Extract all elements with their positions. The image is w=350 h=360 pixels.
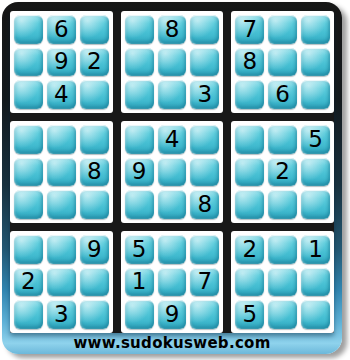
cell-r9c9[interactable] [301,300,330,329]
website-link[interactable]: www.sudokusweb.com [2,333,342,354]
cell-r8c2[interactable] [47,268,76,297]
cell-r3c2[interactable]: 4 [47,80,76,109]
cell-r4c8[interactable] [268,125,297,154]
cell-r3c4[interactable] [125,80,154,109]
cell-r2c4[interactable] [125,48,154,77]
box-2-3: 52 [231,121,334,223]
cell-r6c3[interactable] [80,190,109,219]
cell-r1c1[interactable] [14,15,43,44]
cell-r8c5[interactable] [158,268,187,297]
cell-r6c7[interactable] [235,190,264,219]
box-3-3: 215 [231,231,334,333]
cell-r6c2[interactable] [47,190,76,219]
cell-r3c7[interactable] [235,80,264,109]
cell-r7c1[interactable] [14,235,43,264]
cell-r5c5[interactable] [158,158,187,187]
cell-r9c6[interactable] [190,300,219,329]
cell-r9c7[interactable]: 5 [235,300,264,329]
cell-r7c8[interactable] [268,235,297,264]
cell-r4c5[interactable]: 4 [158,125,187,154]
box-1-3: 786 [231,11,334,113]
cell-r9c1[interactable] [14,300,43,329]
cell-r9c3[interactable] [80,300,109,329]
cell-r4c3[interactable] [80,125,109,154]
cell-r4c2[interactable] [47,125,76,154]
cell-r6c1[interactable] [14,190,43,219]
cell-r1c8[interactable] [268,15,297,44]
cell-r2c9[interactable] [301,48,330,77]
cell-r8c9[interactable] [301,268,330,297]
cell-r7c3[interactable]: 9 [80,235,109,264]
cell-r5c9[interactable] [301,158,330,187]
cell-r5c3[interactable]: 8 [80,158,109,187]
cell-r6c4[interactable] [125,190,154,219]
cell-r1c4[interactable] [125,15,154,44]
cell-r1c9[interactable] [301,15,330,44]
cell-r4c6[interactable] [190,125,219,154]
cell-r7c9[interactable]: 1 [301,235,330,264]
cell-r1c3[interactable] [80,15,109,44]
box-2-2: 498 [121,121,224,223]
cell-r3c3[interactable] [80,80,109,109]
cell-r2c8[interactable] [268,48,297,77]
cell-r5c1[interactable] [14,158,43,187]
cell-r3c6[interactable]: 3 [190,80,219,109]
cell-r3c9[interactable] [301,80,330,109]
cell-r7c5[interactable] [158,235,187,264]
cell-r8c3[interactable] [80,268,109,297]
cell-r8c4[interactable]: 1 [125,268,154,297]
cell-r3c8[interactable]: 6 [268,80,297,109]
cell-r2c2[interactable]: 9 [47,48,76,77]
cell-r8c1[interactable]: 2 [14,268,43,297]
cell-r5c2[interactable] [47,158,76,187]
box-2-1: 8 [10,121,113,223]
cell-r6c6[interactable]: 8 [190,190,219,219]
cell-r5c4[interactable]: 9 [125,158,154,187]
sudoku-board: 6924837868498529235179215 www.sudokusweb… [2,2,342,354]
cell-r4c7[interactable] [235,125,264,154]
cell-r5c8[interactable]: 2 [268,158,297,187]
cell-r1c2[interactable]: 6 [47,15,76,44]
cell-r1c6[interactable] [190,15,219,44]
cell-r1c5[interactable]: 8 [158,15,187,44]
cell-r7c2[interactable] [47,235,76,264]
cell-r5c6[interactable] [190,158,219,187]
cell-r3c1[interactable] [14,80,43,109]
cell-r8c7[interactable] [235,268,264,297]
cell-r8c8[interactable] [268,268,297,297]
cell-r4c4[interactable] [125,125,154,154]
cell-r3c5[interactable] [158,80,187,109]
cell-r1c7[interactable]: 7 [235,15,264,44]
cell-r7c4[interactable]: 5 [125,235,154,264]
cell-r9c8[interactable] [268,300,297,329]
cell-r2c6[interactable] [190,48,219,77]
cell-r6c8[interactable] [268,190,297,219]
cell-r6c5[interactable] [158,190,187,219]
cell-r4c1[interactable] [14,125,43,154]
box-1-1: 6924 [10,11,113,113]
box-3-1: 923 [10,231,113,333]
cell-r7c6[interactable] [190,235,219,264]
sudoku-grid: 6924837868498529235179215 [10,11,334,333]
cell-r9c4[interactable] [125,300,154,329]
cell-r7c7[interactable]: 2 [235,235,264,264]
cell-r4c9[interactable]: 5 [301,125,330,154]
cell-r2c7[interactable]: 8 [235,48,264,77]
cell-r2c1[interactable] [14,48,43,77]
box-3-2: 5179 [121,231,224,333]
cell-r2c5[interactable] [158,48,187,77]
cell-r2c3[interactable]: 2 [80,48,109,77]
box-1-2: 83 [121,11,224,113]
cell-r9c2[interactable]: 3 [47,300,76,329]
cell-r5c7[interactable] [235,158,264,187]
cell-r8c6[interactable]: 7 [190,268,219,297]
cell-r9c5[interactable]: 9 [158,300,187,329]
cell-r6c9[interactable] [301,190,330,219]
